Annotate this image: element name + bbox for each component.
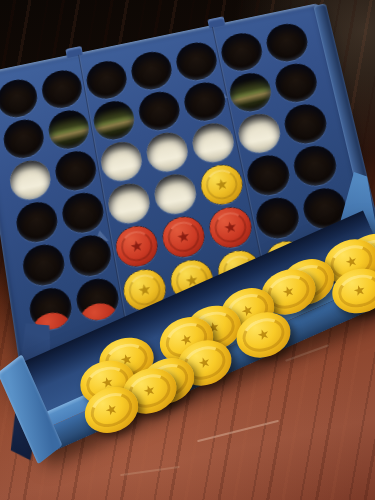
- board-hole: [84, 58, 130, 102]
- board-hole: [105, 180, 152, 227]
- yellow-disc: ★: [198, 161, 246, 208]
- board-hole: [0, 76, 40, 120]
- red-disc: ★: [206, 204, 255, 252]
- board-hole: [189, 120, 237, 166]
- board-hole: [98, 138, 145, 184]
- star-molding-icon: ★: [200, 173, 244, 196]
- board-hole: ★: [198, 161, 246, 208]
- board-hole: [173, 39, 220, 83]
- photo-connect-four-scene: ★★★★★★★★ ★★★★★★★★★★★★★★★: [0, 0, 375, 500]
- star-molding-icon: ★: [331, 276, 375, 305]
- star-molding-icon: ★: [162, 225, 206, 248]
- red-disc: ★: [113, 223, 161, 271]
- board-hole: [235, 110, 283, 156]
- star-molding-icon: ★: [208, 215, 252, 238]
- board-hole: [91, 98, 137, 143]
- board-hole: [39, 67, 84, 111]
- board-hole: [53, 148, 99, 194]
- board-hole: ★: [113, 223, 161, 271]
- board-hole: [272, 60, 320, 105]
- board-hole: [227, 70, 275, 115]
- board-hole: [181, 79, 228, 124]
- board-hole: [263, 20, 311, 64]
- board-hole: [46, 107, 92, 152]
- board-hole: [8, 157, 54, 203]
- board-cell[interactable]: [70, 273, 125, 327]
- board-hole: [281, 101, 330, 147]
- board-hole: [144, 129, 191, 175]
- board-hole: ★: [206, 204, 255, 252]
- star-molding-icon: ★: [115, 234, 158, 257]
- board-hole: [244, 152, 293, 199]
- board-hole: [290, 142, 340, 189]
- star-molding-icon: ★: [235, 318, 292, 351]
- board-hole: [136, 88, 183, 133]
- board-hole: [20, 241, 67, 289]
- board-hole: [151, 171, 199, 218]
- fold-clip-tab: [207, 16, 225, 28]
- board-hole: [74, 275, 122, 323]
- board-hole: [67, 232, 114, 280]
- star-molding-icon: ★: [83, 391, 140, 428]
- board-hole: [14, 199, 60, 246]
- board-hole: [218, 30, 265, 74]
- board-hole: ★: [159, 213, 207, 261]
- red-disc: ★: [159, 213, 207, 261]
- board-hole: [60, 189, 107, 236]
- board-hole: [129, 48, 175, 92]
- board-hole: [1, 116, 46, 161]
- star-molding-icon: ★: [123, 278, 167, 301]
- board-hole: [253, 194, 303, 242]
